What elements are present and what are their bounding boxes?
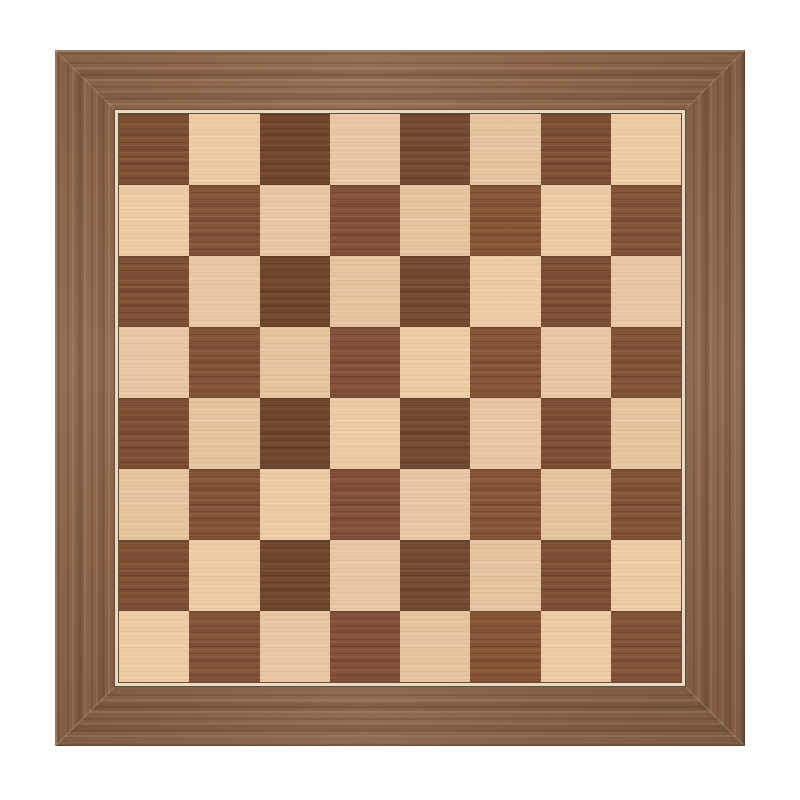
square-g7[interactable] (541, 185, 611, 256)
square-d2[interactable] (330, 540, 400, 611)
square-b6[interactable] (189, 256, 259, 327)
square-g3[interactable] (541, 469, 611, 540)
square-f4[interactable] (470, 398, 540, 469)
square-g1[interactable] (541, 611, 611, 682)
square-b4[interactable] (189, 398, 259, 469)
square-e7[interactable] (400, 185, 470, 256)
square-b5[interactable] (189, 327, 259, 398)
square-h1[interactable] (611, 611, 681, 682)
square-d6[interactable] (330, 256, 400, 327)
board-fillet-inlay (114, 109, 686, 687)
square-d5[interactable] (330, 327, 400, 398)
board-grid (118, 113, 682, 683)
square-c4[interactable] (260, 398, 330, 469)
square-c3[interactable] (260, 469, 330, 540)
square-b2[interactable] (189, 540, 259, 611)
board-frame-left (55, 50, 119, 746)
square-e3[interactable] (400, 469, 470, 540)
board-frame-top (55, 50, 745, 114)
square-d4[interactable] (330, 398, 400, 469)
chess-board (55, 50, 745, 746)
square-d7[interactable] (330, 185, 400, 256)
square-g8[interactable] (541, 114, 611, 185)
square-c7[interactable] (260, 185, 330, 256)
square-f3[interactable] (470, 469, 540, 540)
square-h7[interactable] (611, 185, 681, 256)
square-d3[interactable] (330, 469, 400, 540)
square-d1[interactable] (330, 611, 400, 682)
square-c8[interactable] (260, 114, 330, 185)
square-d8[interactable] (330, 114, 400, 185)
square-h8[interactable] (611, 114, 681, 185)
board-frame-bottom (55, 682, 745, 746)
square-c5[interactable] (260, 327, 330, 398)
square-e8[interactable] (400, 114, 470, 185)
square-h6[interactable] (611, 256, 681, 327)
square-b1[interactable] (189, 611, 259, 682)
square-h2[interactable] (611, 540, 681, 611)
square-a5[interactable] (119, 327, 189, 398)
square-h4[interactable] (611, 398, 681, 469)
page-background (0, 0, 800, 800)
square-g2[interactable] (541, 540, 611, 611)
square-e5[interactable] (400, 327, 470, 398)
square-f1[interactable] (470, 611, 540, 682)
square-b3[interactable] (189, 469, 259, 540)
board-frame-right (681, 50, 745, 746)
square-h5[interactable] (611, 327, 681, 398)
square-f2[interactable] (470, 540, 540, 611)
square-a4[interactable] (119, 398, 189, 469)
square-h3[interactable] (611, 469, 681, 540)
square-b7[interactable] (189, 185, 259, 256)
square-e4[interactable] (400, 398, 470, 469)
square-b8[interactable] (189, 114, 259, 185)
square-f5[interactable] (470, 327, 540, 398)
square-a1[interactable] (119, 611, 189, 682)
square-a8[interactable] (119, 114, 189, 185)
square-f8[interactable] (470, 114, 540, 185)
square-g6[interactable] (541, 256, 611, 327)
square-c2[interactable] (260, 540, 330, 611)
square-g4[interactable] (541, 398, 611, 469)
square-a6[interactable] (119, 256, 189, 327)
square-c6[interactable] (260, 256, 330, 327)
square-g5[interactable] (541, 327, 611, 398)
square-c1[interactable] (260, 611, 330, 682)
square-f6[interactable] (470, 256, 540, 327)
square-a7[interactable] (119, 185, 189, 256)
square-a3[interactable] (119, 469, 189, 540)
square-e1[interactable] (400, 611, 470, 682)
square-f7[interactable] (470, 185, 540, 256)
square-e2[interactable] (400, 540, 470, 611)
square-e6[interactable] (400, 256, 470, 327)
square-a2[interactable] (119, 540, 189, 611)
